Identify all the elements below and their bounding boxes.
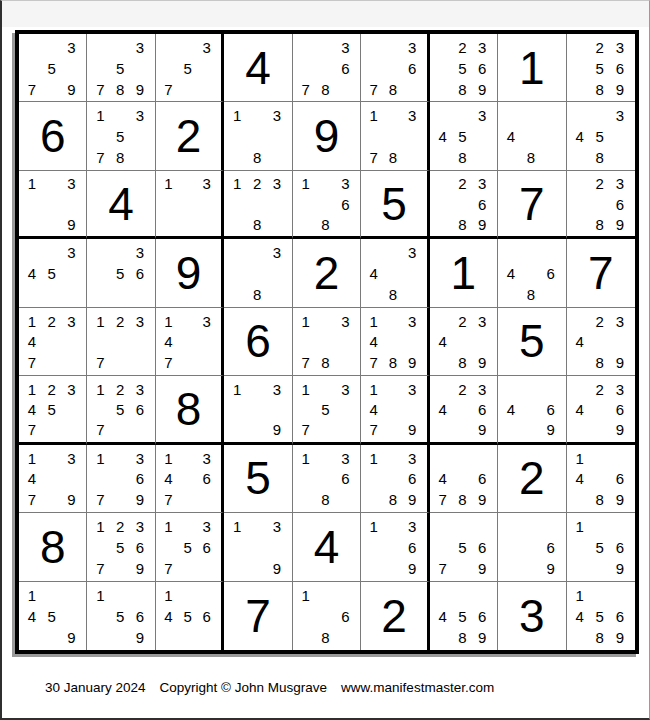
candidate-digit: 4 — [159, 332, 178, 353]
solved-digit: 2 — [498, 445, 565, 512]
cell-r3c7[interactable]: 23689 — [430, 171, 498, 239]
candidate-grid: 1569 — [567, 513, 635, 580]
candidate-digit: 8 — [316, 79, 336, 100]
cell-r8c9[interactable]: 1569 — [567, 513, 635, 581]
candidate-digit: 7 — [364, 147, 383, 168]
candidate-digit: 3 — [335, 174, 355, 194]
cell-r9c3[interactable]: 1456 — [156, 582, 224, 650]
cell-r6c4[interactable]: 139 — [224, 376, 292, 444]
candidate-digit: 6 — [472, 537, 492, 558]
cell-r8c5[interactable]: 4 — [293, 513, 361, 581]
candidate-digit: 3 — [335, 311, 355, 332]
candidate-digit: 2 — [590, 311, 610, 332]
candidate-digit: 5 — [110, 606, 130, 627]
candidate-digit: 1 — [364, 516, 383, 537]
candidate-digit: 4 — [22, 606, 42, 627]
candidate-digit: 2 — [452, 379, 472, 399]
candidate-digit: 1 — [364, 379, 383, 399]
candidate-digit: 9 — [62, 489, 82, 510]
cell-r2c8[interactable]: 48 — [498, 102, 566, 170]
candidate-digit: 7 — [22, 79, 42, 100]
cell-r8c7[interactable]: 5679 — [430, 513, 498, 581]
candidate-digit: 1 — [364, 448, 383, 469]
cell-r2c7[interactable]: 3458 — [430, 102, 498, 170]
candidate-digit: 6 — [130, 399, 150, 419]
candidate-digit: 1 — [570, 585, 590, 606]
candidate-digit: 1 — [296, 311, 316, 332]
cell-r1c8[interactable]: 1 — [498, 34, 566, 102]
candidate-digit: 5 — [42, 263, 62, 284]
candidate-digit: 3 — [130, 242, 150, 263]
candidate-grid: 23689 — [430, 171, 497, 236]
candidate-digit: 6 — [335, 468, 355, 489]
candidate-digit: 9 — [130, 489, 150, 510]
candidate-digit: 4 — [570, 126, 590, 147]
candidate-digit: 1 — [22, 174, 42, 194]
cell-r5c9[interactable]: 23489 — [567, 308, 635, 376]
candidate-digit: 7 — [159, 352, 178, 373]
candidate-digit: 7 — [433, 558, 453, 579]
candidate-digit: 4 — [159, 606, 178, 627]
candidate-digit: 9 — [541, 558, 561, 579]
candidate-digit: 6 — [197, 468, 216, 489]
candidate-digit: 3 — [403, 516, 422, 537]
candidate-digit: 3 — [130, 105, 150, 126]
candidate-digit: 3 — [403, 379, 422, 399]
candidate-grid: 1235679 — [87, 513, 154, 580]
candidate-digit: 5 — [42, 58, 62, 79]
cell-r6c8[interactable]: 469 — [498, 376, 566, 444]
cell-r4c6[interactable]: 348 — [361, 239, 429, 307]
candidate-digit: 7 — [296, 420, 316, 440]
candidate-digit: 1 — [227, 174, 247, 194]
solved-digit: 7 — [567, 239, 635, 306]
cell-r5c6[interactable]: 134789 — [361, 308, 429, 376]
candidate-grid: 1347 — [156, 308, 221, 375]
candidate-digit: 1 — [296, 174, 316, 194]
candidate-grid: 13479 — [361, 376, 426, 441]
candidate-digit: 8 — [316, 214, 336, 234]
candidate-digit: 3 — [130, 516, 150, 537]
solved-digit: 5 — [224, 445, 291, 512]
cell-r3c1[interactable]: 139 — [19, 171, 87, 239]
candidate-digit: 9 — [62, 79, 82, 100]
candidate-grid: 1459 — [19, 582, 86, 650]
candidate-grid: 3458 — [430, 102, 497, 169]
cell-r2c5[interactable]: 9 — [293, 102, 361, 170]
cell-r5c7[interactable]: 23489 — [430, 308, 498, 376]
solved-digit: 8 — [156, 376, 221, 441]
cell-r4c1[interactable]: 345 — [19, 239, 87, 307]
candidate-digit: 5 — [178, 606, 197, 627]
cell-r1c9[interactable]: 235689 — [567, 34, 635, 102]
candidate-digit: 7 — [90, 147, 110, 168]
cell-r9c1[interactable]: 1459 — [19, 582, 87, 650]
cell-r8c8[interactable]: 69 — [498, 513, 566, 581]
candidate-digit: 4 — [433, 399, 453, 419]
cell-r1c1[interactable]: 3579 — [19, 34, 87, 102]
candidate-digit: 2 — [590, 174, 610, 194]
candidate-digit: 8 — [452, 79, 472, 100]
candidate-digit: 9 — [130, 79, 150, 100]
candidate-digit: 1 — [159, 448, 178, 469]
candidate-digit: 3 — [472, 37, 492, 58]
footer: 30 January 2024 Copyright © John Musgrav… — [45, 680, 494, 695]
candidate-digit: 8 — [452, 352, 472, 373]
candidate-digit: 8 — [452, 147, 472, 168]
cell-r8c6[interactable]: 1369 — [361, 513, 429, 581]
candidate-grid: 48 — [498, 102, 565, 169]
candidate-digit: 8 — [452, 627, 472, 648]
candidate-digit: 1 — [227, 516, 247, 537]
candidate-digit: 3 — [197, 311, 216, 332]
candidate-digit: 1 — [22, 585, 42, 606]
candidate-digit: 2 — [452, 37, 472, 58]
candidate-digit: 2 — [110, 516, 130, 537]
cell-r1c6[interactable]: 3678 — [361, 34, 429, 102]
cell-r9c7[interactable]: 45689 — [430, 582, 498, 650]
candidate-digit: 3 — [610, 105, 630, 126]
candidate-digit: 5 — [452, 606, 472, 627]
candidate-digit: 5 — [316, 399, 336, 419]
candidate-digit: 9 — [472, 352, 492, 373]
candidate-digit: 8 — [316, 352, 336, 373]
solved-digit: 2 — [293, 239, 360, 306]
candidate-grid: 3678 — [293, 34, 360, 101]
candidate-digit: 1 — [296, 379, 316, 399]
cell-r8c4[interactable]: 139 — [224, 513, 292, 581]
cell-r6c6[interactable]: 13479 — [361, 376, 429, 444]
cell-r4c7[interactable]: 1 — [430, 239, 498, 307]
cell-r1c2[interactable]: 35789 — [87, 34, 155, 102]
cell-r9c4[interactable]: 7 — [224, 582, 292, 650]
candidate-grid: 468 — [498, 239, 565, 306]
candidate-digit: 8 — [521, 284, 541, 305]
candidate-digit: 4 — [570, 606, 590, 627]
candidate-digit: 7 — [90, 79, 110, 100]
candidate-digit: 2 — [247, 174, 267, 194]
candidate-digit: 1 — [90, 585, 110, 606]
candidate-grid: 134789 — [361, 308, 426, 375]
cell-r9c5[interactable]: 168 — [293, 582, 361, 650]
candidate-digit: 6 — [335, 606, 355, 627]
cell-r7c7[interactable]: 46789 — [430, 445, 498, 513]
candidate-digit: 5 — [590, 606, 610, 627]
cell-r4c8[interactable]: 468 — [498, 239, 566, 307]
candidate-digit: 3 — [62, 37, 82, 58]
cell-r7c1[interactable]: 13479 — [19, 445, 87, 513]
cell-r3c3[interactable]: 13 — [156, 171, 224, 239]
candidate-digit: 7 — [159, 489, 178, 510]
cell-r9c8[interactable]: 3 — [498, 582, 566, 650]
candidate-digit: 8 — [247, 284, 267, 305]
cell-r1c4[interactable]: 4 — [224, 34, 292, 102]
cell-r7c5[interactable]: 1368 — [293, 445, 361, 513]
cell-r4c5[interactable]: 2 — [293, 239, 361, 307]
candidate-grid: 1369 — [361, 513, 426, 580]
candidate-digit: 3 — [403, 448, 422, 469]
candidate-digit: 2 — [590, 379, 610, 399]
cell-r7c8[interactable]: 2 — [498, 445, 566, 513]
cell-r8c3[interactable]: 13567 — [156, 513, 224, 581]
candidate-digit: 3 — [267, 516, 287, 537]
candidate-digit: 5 — [590, 58, 610, 79]
candidate-grid: 13 — [156, 171, 221, 236]
candidate-grid: 13479 — [19, 445, 86, 512]
candidate-digit: 6 — [130, 537, 150, 558]
candidate-digit: 5 — [452, 58, 472, 79]
cell-r1c3[interactable]: 357 — [156, 34, 224, 102]
cell-r3c2[interactable]: 4 — [87, 171, 155, 239]
solved-digit: 2 — [361, 582, 426, 650]
candidate-digit: 1 — [90, 516, 110, 537]
candidate-digit: 5 — [110, 263, 130, 284]
candidate-digit: 3 — [403, 242, 422, 263]
cell-r6c5[interactable]: 1357 — [293, 376, 361, 444]
candidate-digit: 5 — [178, 58, 197, 79]
cell-r9c9[interactable]: 145689 — [567, 582, 635, 650]
candidate-digit: 9 — [403, 558, 422, 579]
candidate-digit: 9 — [610, 558, 630, 579]
candidate-digit: 5 — [110, 58, 130, 79]
candidate-grid: 139 — [19, 171, 86, 236]
candidate-grid: 123567 — [87, 376, 154, 441]
candidate-digit: 3 — [62, 379, 82, 399]
cell-r1c5[interactable]: 3678 — [293, 34, 361, 102]
candidate-digit: 6 — [130, 468, 150, 489]
candidate-digit: 7 — [364, 352, 383, 373]
candidate-digit: 6 — [610, 399, 630, 419]
candidate-digit: 4 — [22, 468, 42, 489]
candidate-digit: 1 — [90, 379, 110, 399]
candidate-grid: 13689 — [361, 445, 426, 512]
candidate-digit: 5 — [452, 537, 472, 558]
candidate-grid: 1237 — [87, 308, 154, 375]
cell-r7c9[interactable]: 14689 — [567, 445, 635, 513]
candidate-digit: 6 — [130, 263, 150, 284]
candidate-digit: 6 — [335, 194, 355, 214]
sudoku-page: 3579357893574367836782356891235689613578… — [0, 0, 650, 720]
candidate-digit: 7 — [364, 420, 383, 440]
cell-r4c3[interactable]: 9 — [156, 239, 224, 307]
sudoku-board: 3579357893574367836782356891235689613578… — [15, 30, 639, 654]
candidate-digit: 4 — [501, 399, 521, 419]
candidate-digit: 8 — [521, 147, 541, 168]
candidate-digit: 7 — [433, 489, 453, 510]
candidate-digit: 9 — [267, 420, 287, 440]
candidate-digit: 1 — [90, 105, 110, 126]
cell-r3c6[interactable]: 5 — [361, 171, 429, 239]
candidate-digit: 4 — [22, 332, 42, 353]
candidate-digit: 6 — [403, 537, 422, 558]
candidate-digit: 8 — [110, 79, 130, 100]
candidate-grid: 138 — [224, 102, 291, 169]
candidate-digit: 3 — [62, 311, 82, 332]
candidate-digit: 3 — [62, 174, 82, 194]
cell-r6c7[interactable]: 23469 — [430, 376, 498, 444]
candidate-digit: 3 — [472, 311, 492, 332]
cell-r5c2[interactable]: 1237 — [87, 308, 155, 376]
candidate-digit: 6 — [472, 399, 492, 419]
cell-r7c3[interactable]: 13467 — [156, 445, 224, 513]
candidate-digit: 1 — [296, 448, 316, 469]
candidate-digit: 3 — [472, 174, 492, 194]
candidate-grid: 1238 — [224, 171, 291, 236]
candidate-grid: 13578 — [87, 102, 154, 169]
candidate-grid: 13679 — [87, 445, 154, 512]
top-margin-strip — [2, 1, 649, 27]
candidate-digit: 4 — [433, 332, 453, 353]
candidate-digit: 8 — [383, 147, 402, 168]
candidate-grid: 5679 — [430, 513, 497, 580]
candidate-digit: 3 — [403, 37, 422, 58]
candidate-grid: 168 — [293, 582, 360, 650]
candidate-digit: 4 — [364, 399, 383, 419]
candidate-digit: 1 — [22, 379, 42, 399]
cell-r4c2[interactable]: 356 — [87, 239, 155, 307]
candidate-digit: 9 — [472, 627, 492, 648]
candidate-digit: 9 — [403, 352, 422, 373]
cell-r3c8[interactable]: 7 — [498, 171, 566, 239]
solved-digit: 8 — [19, 513, 86, 580]
candidate-digit: 9 — [610, 352, 630, 373]
candidate-digit: 1 — [90, 311, 110, 332]
candidate-digit: 7 — [90, 420, 110, 440]
cell-r5c4[interactable]: 6 — [224, 308, 292, 376]
candidate-digit: 9 — [472, 214, 492, 234]
candidate-grid: 23469 — [567, 376, 635, 441]
cell-r8c2[interactable]: 1235679 — [87, 513, 155, 581]
cell-r4c9[interactable]: 7 — [567, 239, 635, 307]
candidate-digit: 2 — [42, 379, 62, 399]
candidate-digit: 3 — [610, 174, 630, 194]
cell-r5c8[interactable]: 5 — [498, 308, 566, 376]
candidate-digit: 7 — [22, 420, 42, 440]
candidate-digit: 3 — [130, 448, 150, 469]
candidate-digit: 1 — [227, 105, 247, 126]
candidate-digit: 4 — [433, 468, 453, 489]
candidate-digit: 9 — [610, 79, 630, 100]
cell-r5c3[interactable]: 1347 — [156, 308, 224, 376]
candidate-digit: 4 — [364, 263, 383, 284]
candidate-digit: 7 — [159, 558, 178, 579]
candidate-grid: 1378 — [293, 308, 360, 375]
cell-r2c2[interactable]: 13578 — [87, 102, 155, 170]
cell-r3c9[interactable]: 23689 — [567, 171, 635, 239]
candidate-digit: 2 — [110, 311, 130, 332]
cell-r9c6[interactable]: 2 — [361, 582, 429, 650]
candidate-digit: 3 — [335, 448, 355, 469]
candidate-grid: 356 — [87, 239, 154, 306]
cell-r9c2[interactable]: 1569 — [87, 582, 155, 650]
candidate-grid: 357 — [156, 34, 221, 101]
cell-r6c1[interactable]: 123457 — [19, 376, 87, 444]
cell-r1c7[interactable]: 235689 — [430, 34, 498, 102]
candidate-grid: 1368 — [293, 445, 360, 512]
candidate-digit: 7 — [22, 352, 42, 373]
candidate-digit: 9 — [541, 420, 561, 440]
candidate-digit: 9 — [62, 214, 82, 234]
candidate-grid: 14689 — [567, 445, 635, 512]
cell-r6c2[interactable]: 123567 — [87, 376, 155, 444]
candidate-digit: 7 — [159, 79, 178, 100]
candidate-digit: 6 — [197, 537, 216, 558]
cell-r2c1[interactable]: 6 — [19, 102, 87, 170]
candidate-grid: 123457 — [19, 376, 86, 441]
cell-r2c9[interactable]: 3458 — [567, 102, 635, 170]
candidate-grid: 1357 — [293, 376, 360, 441]
candidate-digit: 4 — [22, 263, 42, 284]
solved-digit: 1 — [498, 34, 565, 101]
candidate-grid: 469 — [498, 376, 565, 441]
candidate-grid: 235689 — [430, 34, 497, 101]
candidate-grid: 145689 — [567, 582, 635, 650]
cell-r5c5[interactable]: 1378 — [293, 308, 361, 376]
cell-r3c4[interactable]: 1238 — [224, 171, 292, 239]
cell-r8c1[interactable]: 8 — [19, 513, 87, 581]
candidate-digit: 6 — [541, 263, 561, 284]
candidate-digit: 5 — [42, 399, 62, 419]
candidate-digit: 6 — [197, 606, 216, 627]
cell-r5c1[interactable]: 12347 — [19, 308, 87, 376]
solved-digit: 7 — [224, 582, 291, 650]
candidate-digit: 6 — [541, 537, 561, 558]
candidate-digit: 8 — [383, 352, 402, 373]
candidate-digit: 3 — [267, 174, 287, 194]
candidate-digit: 3 — [197, 174, 216, 194]
cell-r2c4[interactable]: 138 — [224, 102, 292, 170]
candidate-grid: 23469 — [430, 376, 497, 441]
candidate-digit: 4 — [570, 399, 590, 419]
candidate-digit: 8 — [452, 489, 472, 510]
cell-r6c9[interactable]: 23469 — [567, 376, 635, 444]
candidate-grid: 13567 — [156, 513, 221, 580]
solved-digit: 1 — [430, 239, 497, 306]
candidate-grid: 3458 — [567, 102, 635, 169]
candidate-digit: 1 — [227, 379, 247, 399]
cell-r6c3[interactable]: 8 — [156, 376, 224, 444]
candidate-digit: 6 — [130, 606, 150, 627]
candidate-digit: 1 — [159, 311, 178, 332]
cell-r2c3[interactable]: 2 — [156, 102, 224, 170]
candidate-digit: 6 — [472, 606, 492, 627]
cell-r2c6[interactable]: 1378 — [361, 102, 429, 170]
candidate-digit: 5 — [178, 537, 197, 558]
candidate-digit: 4 — [364, 332, 383, 353]
candidate-digit: 3 — [267, 105, 287, 126]
candidate-digit: 2 — [452, 311, 472, 332]
solved-digit: 9 — [293, 102, 360, 169]
cell-r7c2[interactable]: 13679 — [87, 445, 155, 513]
candidate-digit: 4 — [501, 263, 521, 284]
candidate-digit: 4 — [22, 399, 42, 419]
candidate-grid: 35789 — [87, 34, 154, 101]
candidate-digit: 2 — [590, 37, 610, 58]
cell-r7c6[interactable]: 13689 — [361, 445, 429, 513]
candidate-digit: 4 — [570, 468, 590, 489]
candidate-digit: 1 — [159, 174, 178, 194]
candidate-digit: 9 — [62, 627, 82, 648]
cell-r4c4[interactable]: 38 — [224, 239, 292, 307]
candidate-digit: 3 — [472, 379, 492, 399]
candidate-digit: 6 — [610, 468, 630, 489]
candidate-digit: 8 — [590, 489, 610, 510]
solved-digit: 4 — [87, 171, 154, 236]
cell-r7c4[interactable]: 5 — [224, 445, 292, 513]
candidate-digit: 8 — [247, 214, 267, 234]
candidate-digit: 5 — [590, 126, 610, 147]
cell-r3c5[interactable]: 1368 — [293, 171, 361, 239]
